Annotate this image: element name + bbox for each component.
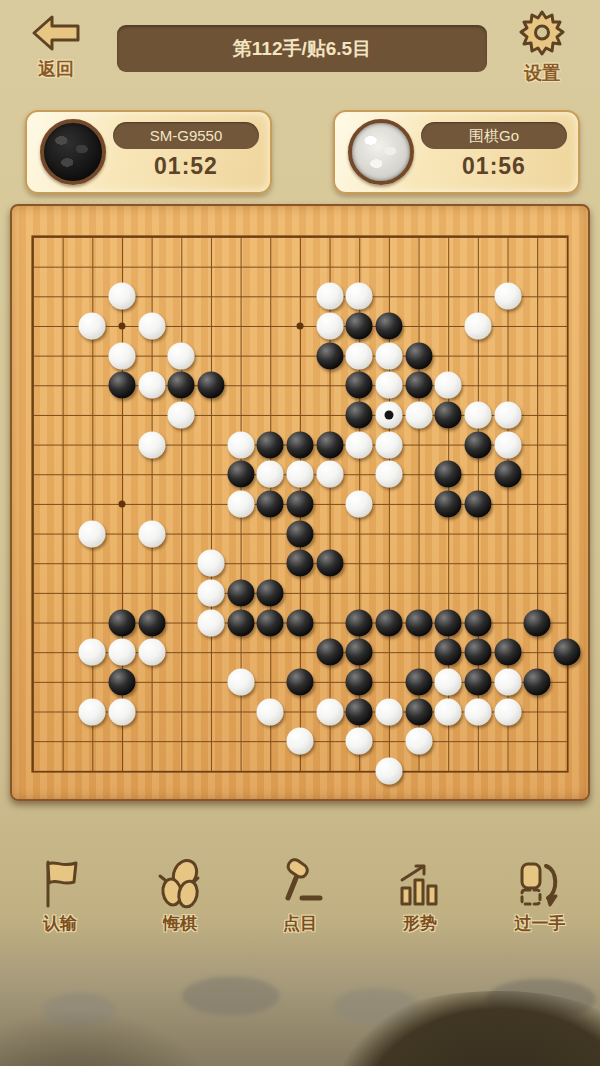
white-stone	[109, 639, 136, 666]
count-button[interactable]: 点目	[250, 858, 350, 935]
black-stones-bowl-icon	[40, 119, 106, 185]
black-stone	[287, 491, 314, 518]
black-stone	[494, 461, 521, 488]
black-stone	[346, 313, 373, 340]
count-label: 点目	[250, 912, 350, 935]
black-stone	[227, 461, 254, 488]
black-stone	[524, 669, 551, 696]
black-stone	[435, 461, 462, 488]
pass-label: 过一手	[490, 912, 590, 935]
last-move-marker	[385, 411, 394, 420]
star-point	[119, 501, 126, 508]
black-stone	[405, 669, 432, 696]
white-stone	[316, 313, 343, 340]
black-stone	[405, 372, 432, 399]
white-stone	[257, 698, 284, 725]
black-stone	[287, 609, 314, 636]
black-stone	[405, 698, 432, 725]
app-root: 返回 第112手/贴6.5目 设置 SM-G9550 01:52 围棋Go 01…	[0, 0, 600, 1066]
count-gavel-icon	[274, 858, 326, 910]
black-stone	[257, 491, 284, 518]
go-board[interactable]	[33, 237, 567, 771]
white-stone	[494, 431, 521, 458]
white-stone	[138, 431, 165, 458]
black-stone	[287, 520, 314, 547]
black-stone	[346, 372, 373, 399]
white-stone	[287, 461, 314, 488]
resign-label: 认输	[10, 912, 110, 935]
black-stone	[435, 402, 462, 429]
undo-stones-icon	[154, 858, 206, 910]
black-stone	[376, 609, 403, 636]
undo-button[interactable]: 悔棋	[130, 858, 230, 935]
black-stone	[316, 550, 343, 577]
black-stone	[109, 609, 136, 636]
black-stone	[198, 372, 225, 399]
white-stone	[346, 283, 373, 310]
black-stone	[376, 313, 403, 340]
white-stone	[346, 491, 373, 518]
black-stone	[316, 431, 343, 458]
white-stone	[435, 698, 462, 725]
white-stone	[346, 342, 373, 369]
white-stone	[494, 698, 521, 725]
white-stone	[227, 491, 254, 518]
bottom-toolbar: 认输 悔棋 点目	[0, 858, 600, 950]
black-stone	[316, 342, 343, 369]
white-stone	[109, 698, 136, 725]
black-stone	[227, 609, 254, 636]
white-stone	[376, 372, 403, 399]
black-stone	[405, 609, 432, 636]
black-stone	[435, 609, 462, 636]
left-hill-silhouette	[0, 1011, 220, 1066]
settings-button[interactable]: 设置	[506, 10, 578, 84]
white-stone	[316, 698, 343, 725]
white-stone	[465, 313, 492, 340]
white-stone	[79, 639, 106, 666]
black-stone	[435, 639, 462, 666]
black-stone	[346, 698, 373, 725]
star-point	[119, 323, 126, 330]
white-stone	[376, 431, 403, 458]
white-stone	[465, 698, 492, 725]
black-stone	[346, 402, 373, 429]
white-stone	[138, 372, 165, 399]
back-button[interactable]: 返回	[20, 14, 92, 84]
player-card-black: SM-G9550 01:52	[25, 110, 272, 194]
black-stone	[465, 609, 492, 636]
white-stone	[227, 669, 254, 696]
back-label: 返回	[20, 57, 92, 81]
black-stone	[227, 580, 254, 607]
white-stone	[376, 342, 403, 369]
white-stone	[227, 431, 254, 458]
white-stone	[79, 520, 106, 547]
white-stone	[316, 461, 343, 488]
white-stone	[138, 639, 165, 666]
back-arrow-icon	[30, 14, 82, 52]
white-player-clock: 01:56	[421, 153, 567, 180]
resign-button[interactable]: 认输	[10, 858, 110, 935]
white-stone	[376, 758, 403, 785]
black-stone	[405, 342, 432, 369]
white-stones-bowl-icon	[348, 119, 414, 185]
white-stone	[138, 313, 165, 340]
black-player-clock: 01:52	[113, 153, 259, 180]
go-board-frame	[10, 204, 590, 801]
black-stone	[554, 639, 581, 666]
black-stone	[287, 431, 314, 458]
white-stone	[346, 728, 373, 755]
black-stone	[168, 372, 195, 399]
undo-label: 悔棋	[130, 912, 230, 935]
white-stone	[465, 402, 492, 429]
black-stone	[435, 491, 462, 518]
white-stone	[257, 461, 284, 488]
white-stone	[168, 342, 195, 369]
black-stone	[109, 669, 136, 696]
pass-button[interactable]: 过一手	[490, 858, 590, 935]
black-stone	[465, 431, 492, 458]
white-stone	[79, 698, 106, 725]
white-stone	[494, 669, 521, 696]
black-stone	[138, 609, 165, 636]
black-stone	[465, 639, 492, 666]
white-stone	[376, 461, 403, 488]
white-stone	[79, 313, 106, 340]
white-stone	[109, 342, 136, 369]
black-stone	[287, 550, 314, 577]
black-stone	[465, 669, 492, 696]
black-stone	[257, 580, 284, 607]
white-stone	[494, 283, 521, 310]
black-stone	[287, 669, 314, 696]
white-stone	[168, 402, 195, 429]
white-stone	[138, 520, 165, 547]
black-stone	[494, 639, 521, 666]
resign-flag-icon	[36, 858, 84, 910]
black-stone	[465, 491, 492, 518]
black-stone	[346, 669, 373, 696]
black-stone	[346, 609, 373, 636]
white-stone	[376, 698, 403, 725]
black-stone	[524, 609, 551, 636]
white-stone	[405, 728, 432, 755]
black-stone	[316, 639, 343, 666]
white-stone	[435, 372, 462, 399]
analysis-button[interactable]: 形势	[370, 858, 470, 935]
analysis-chart-icon	[394, 858, 446, 910]
settings-label: 设置	[506, 61, 578, 85]
white-stone	[346, 431, 373, 458]
white-stone	[198, 550, 225, 577]
star-point	[297, 323, 304, 330]
white-player-name: 围棋Go	[421, 122, 567, 149]
black-stone	[257, 431, 284, 458]
black-stone	[109, 372, 136, 399]
white-stone	[316, 283, 343, 310]
white-stone	[198, 609, 225, 636]
player-card-white: 围棋Go 01:56	[333, 110, 580, 194]
move-status-bar: 第112手/贴6.5目	[117, 25, 487, 72]
analysis-label: 形势	[370, 912, 470, 935]
black-stone	[346, 639, 373, 666]
white-stone	[405, 402, 432, 429]
white-stone	[287, 728, 314, 755]
black-stone	[257, 609, 284, 636]
white-stone	[198, 580, 225, 607]
gear-icon	[519, 10, 565, 56]
white-stone	[494, 402, 521, 429]
black-player-name: SM-G9550	[113, 122, 259, 149]
white-stone	[109, 283, 136, 310]
white-stone	[435, 669, 462, 696]
pass-icon	[514, 858, 566, 910]
